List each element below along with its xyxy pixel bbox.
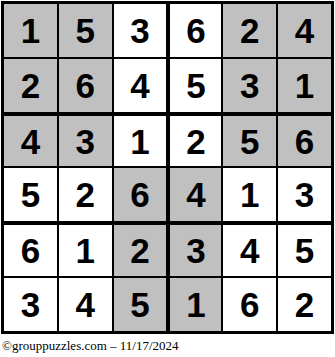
cell-r5c6: 5 — [278, 223, 331, 276]
cell-digit: 6 — [21, 233, 40, 268]
cell-r1c1: 1 — [4, 4, 57, 57]
cell-digit: 6 — [240, 287, 259, 322]
cell-digit: 6 — [186, 13, 205, 48]
cell-digit: 1 — [76, 233, 95, 268]
cell-digit: 2 — [130, 233, 149, 268]
cell-r4c2: 2 — [59, 168, 112, 221]
cell-digit: 2 — [240, 13, 259, 48]
cell-digit: 3 — [295, 177, 314, 212]
cell-digit: 2 — [295, 287, 314, 322]
cell-r4c3: 6 — [114, 168, 167, 221]
cell-r1c6: 4 — [278, 4, 331, 57]
cell-r5c4: 3 — [168, 223, 221, 276]
cell-digit: 5 — [130, 287, 149, 322]
cell-digit: 5 — [21, 177, 40, 212]
cell-digit: 4 — [76, 287, 95, 322]
cell-r2c2: 6 — [59, 59, 112, 112]
cell-r4c5: 1 — [223, 168, 276, 221]
cell-digit: 3 — [21, 287, 40, 322]
cell-r4c6: 3 — [278, 168, 331, 221]
cell-digit: 3 — [240, 68, 259, 103]
cell-digit: 2 — [76, 177, 95, 212]
cell-digit: 3 — [130, 13, 149, 48]
copyright-credit: ©grouppuzzles.com – 11/17/2024 — [0, 334, 335, 354]
cell-digit: 4 — [186, 177, 205, 212]
cell-r5c1: 6 — [4, 223, 57, 276]
cell-digit: 1 — [186, 287, 205, 322]
cell-digit: 1 — [295, 68, 314, 103]
cell-r2c1: 2 — [4, 59, 57, 112]
cell-digit: 6 — [76, 68, 95, 103]
cell-r6c1: 3 — [4, 278, 57, 331]
cell-digit: 1 — [130, 124, 149, 159]
cell-digit: 5 — [76, 13, 95, 48]
cell-r6c3: 5 — [114, 278, 167, 331]
cell-r5c3: 2 — [114, 223, 167, 276]
cell-r3c4: 2 — [168, 114, 221, 167]
cell-digit: 5 — [295, 233, 314, 268]
cell-r4c1: 5 — [4, 168, 57, 221]
cell-r2c5: 3 — [223, 59, 276, 112]
cell-r2c6: 1 — [278, 59, 331, 112]
cell-r1c2: 5 — [59, 4, 112, 57]
cell-digit: 5 — [240, 124, 259, 159]
cell-digit: 4 — [21, 124, 40, 159]
cell-r1c5: 2 — [223, 4, 276, 57]
cell-digit: 4 — [295, 13, 314, 48]
cell-digit: 6 — [130, 177, 149, 212]
cell-digit: 3 — [76, 124, 95, 159]
cell-r3c1: 4 — [4, 114, 57, 167]
cell-r6c6: 2 — [278, 278, 331, 331]
cell-digit: 4 — [130, 68, 149, 103]
cell-digit: 2 — [186, 124, 205, 159]
cell-digit: 1 — [240, 177, 259, 212]
cell-r5c5: 4 — [223, 223, 276, 276]
cell-digit: 3 — [186, 233, 205, 268]
cell-r4c4: 4 — [168, 168, 221, 221]
cell-r6c4: 1 — [168, 278, 221, 331]
cell-r3c2: 3 — [59, 114, 112, 167]
cell-digit: 1 — [21, 13, 40, 48]
sudoku-board: 153624264531431256526413612345345162 — [1, 1, 334, 334]
cell-digit: 5 — [186, 68, 205, 103]
cell-r3c3: 1 — [114, 114, 167, 167]
cell-r5c2: 1 — [59, 223, 112, 276]
cell-r2c4: 5 — [168, 59, 221, 112]
cell-digit: 2 — [21, 68, 40, 103]
cell-r3c5: 5 — [223, 114, 276, 167]
cell-digit: 4 — [240, 233, 259, 268]
cell-r1c3: 3 — [114, 4, 167, 57]
cell-r2c3: 4 — [114, 59, 167, 112]
cell-r6c5: 6 — [223, 278, 276, 331]
cell-r6c2: 4 — [59, 278, 112, 331]
cell-r1c4: 6 — [168, 4, 221, 57]
cell-digit: 6 — [295, 124, 314, 159]
cell-r3c6: 6 — [278, 114, 331, 167]
